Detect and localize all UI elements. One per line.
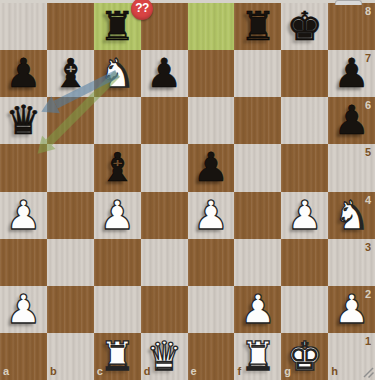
square-f7[interactable]: [234, 50, 281, 97]
white-knight[interactable]: ♞: [328, 192, 375, 239]
rank-label-5: 5: [365, 146, 371, 158]
top-edge-ui-sliver: [335, 0, 362, 5]
square-f1[interactable]: f♜: [234, 333, 281, 380]
black-pawn[interactable]: ♟: [328, 97, 375, 144]
square-e2[interactable]: [188, 286, 235, 333]
square-g3[interactable]: [281, 239, 328, 286]
square-b1[interactable]: b: [47, 333, 94, 380]
square-d1[interactable]: d♛: [141, 333, 188, 380]
white-pawn[interactable]: ♟: [94, 192, 141, 239]
square-a5[interactable]: [0, 144, 47, 191]
white-king[interactable]: ♚: [281, 333, 328, 380]
square-h5[interactable]: 5: [328, 144, 375, 191]
square-e5[interactable]: ♟: [188, 144, 235, 191]
black-queen[interactable]: ♛: [0, 97, 47, 144]
square-g7[interactable]: [281, 50, 328, 97]
file-label-e: e: [191, 365, 197, 377]
square-c2[interactable]: [94, 286, 141, 333]
square-f2[interactable]: ♟: [234, 286, 281, 333]
square-h6[interactable]: 6♟: [328, 97, 375, 144]
square-e7[interactable]: [188, 50, 235, 97]
file-label-a: a: [3, 365, 9, 377]
square-e6[interactable]: [188, 97, 235, 144]
square-b6[interactable]: [47, 97, 94, 144]
board-resize-handle[interactable]: [361, 365, 374, 378]
square-b2[interactable]: [47, 286, 94, 333]
square-f6[interactable]: [234, 97, 281, 144]
black-pawn[interactable]: ♟: [0, 50, 47, 97]
chess-board[interactable]: ♜♜♚8♟♝♞♟7♟♛6♟♝♟5♟♟♟♟4♞3♟♟2♟abc♜d♛ef♜g♚1h: [0, 3, 375, 380]
square-g8[interactable]: ♚: [281, 3, 328, 50]
square-h2[interactable]: 2♟: [328, 286, 375, 333]
black-pawn[interactable]: ♟: [141, 50, 188, 97]
square-c5[interactable]: ♝: [94, 144, 141, 191]
white-knight[interactable]: ♞: [94, 50, 141, 97]
square-d7[interactable]: ♟: [141, 50, 188, 97]
board-area: ♜♜♚8♟♝♞♟7♟♛6♟♝♟5♟♟♟♟4♞3♟♟2♟abc♜d♛ef♜g♚1h…: [0, 3, 375, 380]
square-d2[interactable]: [141, 286, 188, 333]
file-label-b: b: [50, 365, 57, 377]
file-label-h: h: [331, 365, 338, 377]
square-a4[interactable]: ♟: [0, 192, 47, 239]
square-a6[interactable]: ♛: [0, 97, 47, 144]
square-b7[interactable]: ♝: [47, 50, 94, 97]
white-pawn[interactable]: ♟: [328, 286, 375, 333]
white-queen[interactable]: ♛: [141, 333, 188, 380]
square-g6[interactable]: [281, 97, 328, 144]
square-c7[interactable]: ♞: [94, 50, 141, 97]
square-g5[interactable]: [281, 144, 328, 191]
square-a3[interactable]: [0, 239, 47, 286]
square-e3[interactable]: [188, 239, 235, 286]
white-pawn[interactable]: ♟: [281, 192, 328, 239]
square-h7[interactable]: 7♟: [328, 50, 375, 97]
square-a7[interactable]: ♟: [0, 50, 47, 97]
square-e8[interactable]: [188, 3, 235, 50]
square-g2[interactable]: [281, 286, 328, 333]
square-a1[interactable]: a: [0, 333, 47, 380]
black-pawn[interactable]: ♟: [328, 50, 375, 97]
square-g4[interactable]: ♟: [281, 192, 328, 239]
white-pawn[interactable]: ♟: [188, 192, 235, 239]
square-h8[interactable]: 8: [328, 3, 375, 50]
black-bishop[interactable]: ♝: [47, 50, 94, 97]
white-pawn[interactable]: ♟: [234, 286, 281, 333]
square-b8[interactable]: [47, 3, 94, 50]
rank-label-1: 1: [365, 335, 371, 347]
square-c6[interactable]: [94, 97, 141, 144]
square-f3[interactable]: [234, 239, 281, 286]
black-rook[interactable]: ♜: [234, 3, 281, 50]
black-king[interactable]: ♚: [281, 3, 328, 50]
square-c4[interactable]: ♟: [94, 192, 141, 239]
white-rook[interactable]: ♜: [94, 333, 141, 380]
square-f8[interactable]: ♜: [234, 3, 281, 50]
square-c3[interactable]: [94, 239, 141, 286]
square-e1[interactable]: e: [188, 333, 235, 380]
square-b5[interactable]: [47, 144, 94, 191]
square-f4[interactable]: [234, 192, 281, 239]
square-d4[interactable]: [141, 192, 188, 239]
square-b4[interactable]: [47, 192, 94, 239]
white-pawn[interactable]: ♟: [0, 286, 47, 333]
black-pawn[interactable]: ♟: [188, 144, 235, 191]
page: { "game": "chess", "position": { "fen": …: [0, 0, 375, 380]
square-a8[interactable]: [0, 3, 47, 50]
square-d5[interactable]: [141, 144, 188, 191]
square-f5[interactable]: [234, 144, 281, 191]
white-pawn[interactable]: ♟: [0, 192, 47, 239]
square-g1[interactable]: g♚: [281, 333, 328, 380]
square-e4[interactable]: ♟: [188, 192, 235, 239]
rank-label-3: 3: [365, 241, 371, 253]
square-d6[interactable]: [141, 97, 188, 144]
rank-label-8: 8: [365, 5, 371, 17]
white-rook[interactable]: ♜: [234, 333, 281, 380]
square-b3[interactable]: [47, 239, 94, 286]
black-bishop[interactable]: ♝: [94, 144, 141, 191]
square-a2[interactable]: ♟: [0, 286, 47, 333]
square-h3[interactable]: 3: [328, 239, 375, 286]
square-d3[interactable]: [141, 239, 188, 286]
square-c1[interactable]: c♜: [94, 333, 141, 380]
square-h4[interactable]: 4♞: [328, 192, 375, 239]
